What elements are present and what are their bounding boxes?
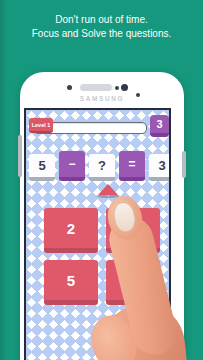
proximity-sensor-icon xyxy=(115,86,119,90)
equation-operator-tile: − xyxy=(59,151,85,181)
speaker-grille-icon xyxy=(80,84,112,91)
volume-button xyxy=(18,135,22,177)
equation-number-tile: 5 xyxy=(29,154,55,181)
answer-tile-top-left[interactable]: 2 xyxy=(44,208,98,253)
equation-equals-tile: = xyxy=(119,151,145,181)
equation-result-tile: 3 xyxy=(149,154,171,181)
promo-screenshot-page: Don't run out of time. Focus and Solve t… xyxy=(0,0,203,360)
level-badge: Level 1 xyxy=(29,118,53,133)
promo-caption-line1: Don't run out of time. xyxy=(0,13,203,27)
promo-caption-line2: Focus and Solve the questions. xyxy=(0,27,203,41)
front-camera-icon xyxy=(67,85,72,90)
power-button xyxy=(182,151,186,178)
answer-options-grid: 2 5 6 xyxy=(44,208,160,305)
phone-mockup: SAMSUNG Level 1 3 5 − ? = 3 2 5 6 xyxy=(20,72,184,360)
answer-tile-bottom-left[interactable]: 5 xyxy=(44,260,98,305)
answer-tile-top-right[interactable] xyxy=(106,208,160,253)
light-sensor-icon xyxy=(121,84,128,91)
pointer-triangle-icon xyxy=(98,184,118,195)
question-counter-badge: 3 xyxy=(150,115,169,137)
equation-unknown-tile: ? xyxy=(89,154,115,181)
promo-caption: Don't run out of time. Focus and Solve t… xyxy=(0,13,203,41)
equation-row: 5 − ? = 3 xyxy=(29,151,171,181)
phone-brand-label: SAMSUNG xyxy=(20,95,184,102)
answer-tile-bottom-right[interactable]: 6 xyxy=(106,260,160,305)
game-screen: Level 1 3 5 − ? = 3 2 5 6 xyxy=(24,108,171,360)
